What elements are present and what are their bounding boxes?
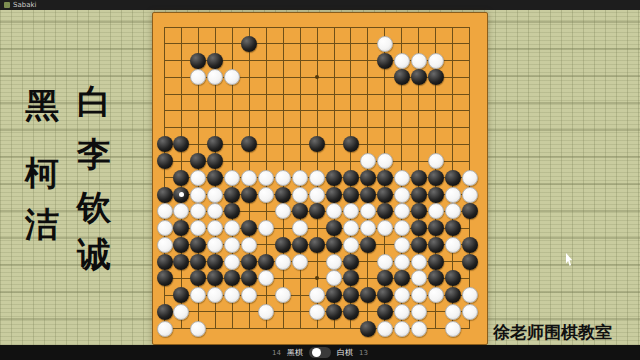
black-player-button[interactable]: 黑棋 [287, 347, 303, 358]
black-stone [343, 270, 359, 286]
black-stone [173, 287, 189, 303]
black-stone [224, 203, 240, 219]
white-stone [326, 203, 342, 219]
black-stone [377, 170, 393, 186]
black-stone [343, 136, 359, 152]
black-stone [190, 53, 206, 69]
white-stone [445, 321, 461, 337]
white-stone [445, 203, 461, 219]
white-stone [343, 237, 359, 253]
white-stone [377, 321, 393, 337]
white-stone [462, 287, 478, 303]
white-stone [411, 53, 427, 69]
white-stone [157, 220, 173, 236]
black-stone [411, 237, 427, 253]
black-stone [326, 287, 342, 303]
black-stone [394, 270, 410, 286]
white-stone [377, 254, 393, 270]
white-stone [309, 170, 325, 186]
black-stone [241, 36, 257, 52]
white-stone [343, 220, 359, 236]
white-stone [394, 53, 410, 69]
black-stone [207, 270, 223, 286]
white-stone [394, 304, 410, 320]
black-stone [360, 287, 376, 303]
black-stone [173, 187, 189, 203]
black-stone [309, 237, 325, 253]
main-stage: 黑柯洁 白李钦诚 徐老师围棋教室 [0, 10, 640, 345]
black-stone [173, 220, 189, 236]
player-label-char: 白 [76, 84, 112, 118]
white-stone [207, 237, 223, 253]
white-stone [428, 153, 444, 169]
last-move-marker [179, 192, 184, 197]
white-player-button[interactable]: 白棋 [337, 347, 353, 358]
turn-indicator-white-circle [312, 348, 321, 357]
black-stone [343, 304, 359, 320]
white-stone [394, 220, 410, 236]
black-stone [377, 53, 393, 69]
white-stone [241, 237, 257, 253]
black-stone [377, 203, 393, 219]
player-label-char: 钦 [76, 190, 112, 224]
black-stone [258, 254, 274, 270]
white-stone [224, 69, 240, 85]
player-label-char: 李 [76, 137, 112, 171]
white-stone [207, 220, 223, 236]
black-stone [224, 187, 240, 203]
black-stone [462, 203, 478, 219]
black-stone [360, 237, 376, 253]
black-stone [445, 270, 461, 286]
black-stone [445, 220, 461, 236]
white-stone [258, 187, 274, 203]
watermark-text: 徐老师围棋教室 [493, 323, 617, 342]
white-stone [445, 237, 461, 253]
white-stone [394, 321, 410, 337]
white-stone [411, 287, 427, 303]
white-stone [428, 287, 444, 303]
black-stone [157, 153, 173, 169]
black-stone [309, 203, 325, 219]
black-stone [241, 220, 257, 236]
black-stone [207, 53, 223, 69]
star-point [315, 276, 319, 280]
white-stone [157, 237, 173, 253]
black-stone [292, 237, 308, 253]
black-stone [292, 203, 308, 219]
black-stone [377, 270, 393, 286]
white-stone [292, 254, 308, 270]
black-stone [343, 187, 359, 203]
black-stone [411, 203, 427, 219]
black-stone [157, 187, 173, 203]
mouse-cursor [566, 253, 575, 266]
black-stone [157, 270, 173, 286]
black-stone [360, 170, 376, 186]
black-stone [445, 287, 461, 303]
black-stone [190, 237, 206, 253]
black-stone [411, 69, 427, 85]
black-stone [326, 304, 342, 320]
white-stone [326, 254, 342, 270]
star-point [315, 75, 319, 79]
black-stone [241, 270, 257, 286]
white-stone [445, 304, 461, 320]
black-stone [241, 254, 257, 270]
black-stone [428, 170, 444, 186]
black-stone [207, 153, 223, 169]
white-stone [241, 287, 257, 303]
white-stone [190, 287, 206, 303]
white-stone [190, 187, 206, 203]
player-label-char: 黑 [24, 88, 60, 122]
white-stone [309, 187, 325, 203]
black-stone [326, 237, 342, 253]
black-stone [326, 220, 342, 236]
title-bar: Sabaki [0, 0, 640, 10]
black-stone [173, 254, 189, 270]
black-stone [377, 287, 393, 303]
black-stone [224, 270, 240, 286]
black-stone [309, 136, 325, 152]
black-stone [275, 237, 291, 253]
white-stone [258, 220, 274, 236]
white-stone [157, 203, 173, 219]
white-stone [377, 153, 393, 169]
white-stone [411, 321, 427, 337]
white-stone [394, 170, 410, 186]
white-stone [377, 220, 393, 236]
white-stone [275, 203, 291, 219]
white-stone [190, 321, 206, 337]
black-stone [173, 136, 189, 152]
black-stone [377, 187, 393, 203]
white-stone [258, 270, 274, 286]
white-stone [462, 170, 478, 186]
white-stone [224, 254, 240, 270]
white-stone [360, 220, 376, 236]
white-stone [360, 203, 376, 219]
black-stone [326, 170, 342, 186]
black-stone [190, 254, 206, 270]
white-stone [445, 187, 461, 203]
black-stone [190, 153, 206, 169]
white-stone [190, 170, 206, 186]
white-stone [241, 170, 257, 186]
white-stone [411, 254, 427, 270]
white-stone [275, 170, 291, 186]
white-stone [224, 170, 240, 186]
black-stone [377, 304, 393, 320]
white-stone [207, 287, 223, 303]
white-stone [207, 69, 223, 85]
black-stone [207, 136, 223, 152]
black-stone [428, 254, 444, 270]
white-stone [173, 304, 189, 320]
black-stone [343, 287, 359, 303]
white-stone [258, 170, 274, 186]
black-stone [411, 187, 427, 203]
white-stone [309, 287, 325, 303]
black-stone [462, 237, 478, 253]
black-stone [173, 170, 189, 186]
white-stone [224, 220, 240, 236]
black-stone [428, 237, 444, 253]
black-stone [462, 254, 478, 270]
white-stone [394, 187, 410, 203]
white-stone [190, 220, 206, 236]
white-stone [275, 287, 291, 303]
black-stone [428, 270, 444, 286]
white-stone [207, 187, 223, 203]
white-stone [190, 69, 206, 85]
white-stone [190, 203, 206, 219]
bottom-toolbar: 14 黑棋 白棋 13 [0, 345, 640, 360]
white-stone [343, 203, 359, 219]
black-stone [343, 254, 359, 270]
black-stone [275, 187, 291, 203]
black-stone [207, 170, 223, 186]
app-icon [4, 2, 10, 8]
white-stone [292, 187, 308, 203]
black-stone [394, 69, 410, 85]
go-board[interactable] [152, 12, 488, 345]
white-stone [411, 270, 427, 286]
white-stone [275, 254, 291, 270]
black-stone [360, 321, 376, 337]
player-label-char: 柯 [24, 156, 60, 190]
turn-toggle[interactable] [309, 347, 331, 358]
black-stone [241, 136, 257, 152]
player-label-char: 洁 [24, 207, 60, 241]
white-stone [428, 203, 444, 219]
black-stone [411, 170, 427, 186]
white-stone [292, 220, 308, 236]
white-stone [224, 287, 240, 303]
white-stone [377, 36, 393, 52]
white-stone [394, 237, 410, 253]
white-stone [258, 304, 274, 320]
white-stone [462, 304, 478, 320]
black-stone [411, 220, 427, 236]
white-stone [292, 170, 308, 186]
white-stone [462, 187, 478, 203]
black-stone [173, 237, 189, 253]
white-stone [411, 304, 427, 320]
black-stone [428, 69, 444, 85]
black-stone [157, 136, 173, 152]
black-stone [241, 187, 257, 203]
black-stone [428, 187, 444, 203]
black-stone [207, 254, 223, 270]
white-stone [394, 203, 410, 219]
black-stone [360, 187, 376, 203]
white-stone [360, 153, 376, 169]
white-stone [173, 203, 189, 219]
white-stone [224, 237, 240, 253]
white-capture-count: 13 [359, 349, 368, 357]
black-stone [428, 220, 444, 236]
black-stone [445, 170, 461, 186]
white-stone [428, 53, 444, 69]
sabaki-window: Sabaki 黑柯洁 白李钦诚 徐老师围棋教室 14 黑棋 白棋 13 [0, 0, 640, 360]
black-stone [326, 187, 342, 203]
white-stone [207, 203, 223, 219]
black-capture-count: 14 [272, 349, 281, 357]
player-label-char: 诚 [76, 237, 112, 271]
black-stone [157, 254, 173, 270]
white-stone [326, 270, 342, 286]
black-stone [157, 304, 173, 320]
black-stone [343, 170, 359, 186]
white-stone [394, 254, 410, 270]
window-title: Sabaki [13, 2, 36, 9]
black-stone [190, 270, 206, 286]
white-stone [394, 287, 410, 303]
white-stone [157, 321, 173, 337]
white-stone [309, 304, 325, 320]
